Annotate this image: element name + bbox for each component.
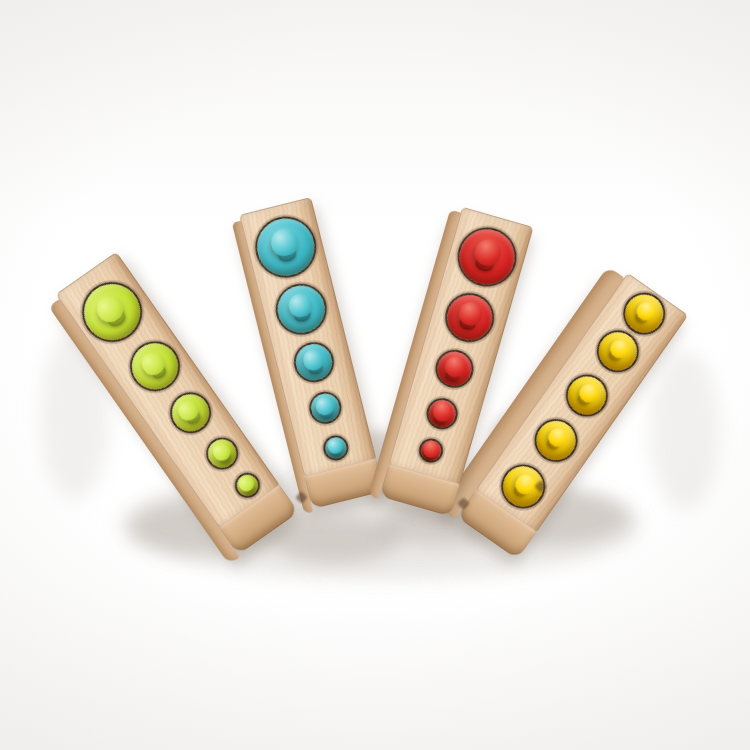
cylinder-socket-blue-5 xyxy=(323,435,348,460)
floor-shadow xyxy=(270,515,400,563)
cylinder-socket-red-1 xyxy=(453,222,521,290)
cylinder-socket-red-2 xyxy=(442,289,498,345)
cylinder-socket-blue-1 xyxy=(251,212,320,281)
cylinder-socket-green-4 xyxy=(203,434,242,473)
cylinder-socket-yellow-3 xyxy=(560,369,613,422)
product-photo-stage xyxy=(0,0,750,750)
cylinder-socket-green-2 xyxy=(123,334,187,398)
cylinder-socket-yellow-5 xyxy=(495,459,551,515)
cylinder-socket-yellow-2 xyxy=(591,325,644,378)
cylinder-socket-yellow-1 xyxy=(618,287,671,340)
cylinder-socket-yellow-4 xyxy=(529,413,583,467)
floor-shadow xyxy=(650,350,720,510)
cylinder-socket-green-5 xyxy=(232,471,261,500)
cylinder-socket-blue-2 xyxy=(272,280,329,337)
cylinder-socket-red-5 xyxy=(419,438,444,463)
cylinder-socket-blue-4 xyxy=(308,391,342,425)
cylinder-socket-blue-3 xyxy=(292,340,336,384)
block-top-face xyxy=(56,252,280,528)
cylinder-socket-red-4 xyxy=(425,396,458,429)
cylinder-socket-red-3 xyxy=(433,348,475,390)
cylinder-socket-green-3 xyxy=(164,387,216,439)
